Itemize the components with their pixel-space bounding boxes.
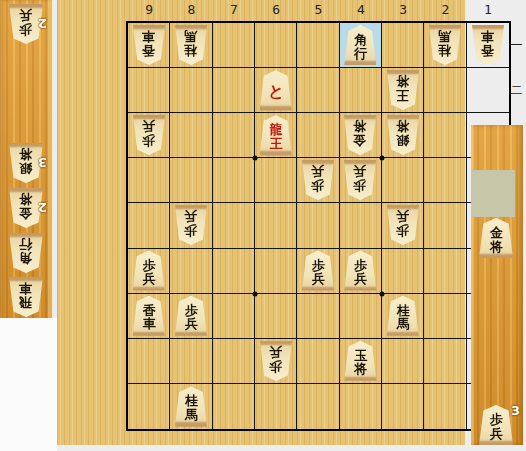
piece-sente-gold[interactable]: 金将 — [478, 218, 514, 258]
board-square-7h[interactable] — [213, 339, 255, 384]
board-square-4b[interactable] — [340, 68, 382, 113]
piece-gote-pawn[interactable]: 歩兵 — [343, 160, 377, 200]
board-square-3b[interactable]: 王将 — [382, 68, 424, 113]
piece-kanji: 歩兵 — [259, 341, 293, 381]
board-square-6g[interactable] — [255, 294, 297, 339]
board-square-1b[interactable] — [467, 68, 509, 113]
piece-kanji: 歩兵 — [478, 405, 514, 445]
board-square-5g[interactable] — [297, 294, 339, 339]
piece-gote-pawn[interactable]: 歩兵 — [132, 115, 166, 155]
piece-gote-gold[interactable]: 金将 — [343, 115, 377, 155]
piece-sente-pawn[interactable]: 歩兵 — [478, 405, 514, 445]
hand-count: 3 — [511, 403, 520, 418]
board-square-4c[interactable]: 金将 — [340, 113, 382, 158]
board-square-1a[interactable]: 香車 — [467, 23, 509, 68]
board-square-4i[interactable] — [340, 384, 382, 429]
board-square-8d[interactable] — [170, 158, 212, 203]
piece-kanji: 桂馬 — [174, 25, 208, 65]
board-square-2i[interactable] — [424, 384, 466, 429]
selected-hand-slot — [471, 170, 515, 217]
piece-gote-rook[interactable]: 飛車 — [8, 277, 44, 317]
board-square-2g[interactable] — [424, 294, 466, 339]
file-label-6: 6 — [255, 2, 297, 18]
piece-sente-pawn[interactable]: 歩兵 — [343, 251, 377, 291]
piece-kanji: 歩兵 — [132, 251, 166, 291]
board-square-7b[interactable] — [213, 68, 255, 113]
piece-sente-dragon[interactable]: 龍王 — [259, 115, 293, 155]
file-label-4: 4 — [340, 2, 382, 18]
piece-kanji: 歩兵 — [343, 160, 377, 200]
piece-sente-knight[interactable]: 桂馬 — [386, 296, 420, 336]
piece-kanji: 香車 — [132, 25, 166, 65]
piece-gote-lance[interactable]: 香車 — [132, 25, 166, 65]
board-square-9c[interactable]: 歩兵 — [128, 113, 170, 158]
board-square-8i[interactable]: 桂馬 — [170, 384, 212, 429]
board-square-6h[interactable]: 歩兵 — [255, 339, 297, 384]
piece-sente-lance[interactable]: 香車 — [132, 296, 166, 336]
hand-count: 2 — [38, 200, 47, 215]
sente-captured-tray: 金将歩兵3 — [471, 125, 523, 445]
star-point — [379, 291, 384, 296]
board-square-2c[interactable] — [424, 113, 466, 158]
board-square-6e[interactable] — [255, 203, 297, 248]
board-square-5a[interactable] — [297, 23, 339, 68]
piece-kanji: 飛車 — [8, 277, 44, 317]
board-grid: 香車桂馬角行桂馬香車と王将歩兵龍王金将銀将歩兵歩兵歩兵歩兵歩兵歩兵歩兵歩兵歩兵香… — [126, 21, 511, 431]
piece-kanji: 桂馬 — [428, 25, 462, 65]
board-square-7g[interactable] — [213, 294, 255, 339]
piece-sente-bishop[interactable]: 角行 — [343, 25, 377, 65]
piece-gote-pawn[interactable]: 歩兵 — [259, 341, 293, 381]
shogi-board-panel: 香車桂馬角行桂馬香車と王将歩兵龍王金将銀将歩兵歩兵歩兵歩兵歩兵歩兵歩兵歩兵歩兵香… — [57, 0, 465, 445]
board-square-9b[interactable] — [128, 68, 170, 113]
board-square-8a[interactable]: 桂馬 — [170, 23, 212, 68]
board-square-3d[interactable] — [382, 158, 424, 203]
board-square-5b[interactable] — [297, 68, 339, 113]
board-square-5e[interactable] — [297, 203, 339, 248]
board-square-5h[interactable] — [297, 339, 339, 384]
board-square-9i[interactable] — [128, 384, 170, 429]
board-square-4g[interactable] — [340, 294, 382, 339]
board-square-5i[interactable] — [297, 384, 339, 429]
star-point — [252, 156, 257, 161]
board-square-2f[interactable] — [424, 249, 466, 294]
piece-kanji: 歩兵 — [343, 251, 377, 291]
board-square-4e[interactable] — [340, 203, 382, 248]
board-square-3g[interactable]: 桂馬 — [382, 294, 424, 339]
hand-count: 2 — [38, 16, 47, 31]
piece-kanji: 金将 — [478, 218, 514, 258]
board-square-6b[interactable]: と — [255, 68, 297, 113]
piece-gote-silver[interactable]: 銀将 — [386, 115, 420, 155]
file-label-2: 2 — [424, 2, 466, 18]
rank-label-2: 二 — [510, 68, 523, 113]
star-point — [252, 291, 257, 296]
board-square-6c[interactable]: 龍王 — [255, 113, 297, 158]
board-square-3f[interactable] — [382, 249, 424, 294]
piece-gote-lance[interactable]: 香車 — [471, 25, 505, 65]
piece-gote-pawn[interactable]: 歩兵 — [174, 205, 208, 245]
board-square-7c[interactable] — [213, 113, 255, 158]
board-square-3e[interactable]: 歩兵 — [382, 203, 424, 248]
board-square-9e[interactable] — [128, 203, 170, 248]
board-square-4a[interactable]: 角行 — [340, 23, 382, 68]
piece-gote-knight[interactable]: 桂馬 — [174, 25, 208, 65]
board-square-9a[interactable]: 香車 — [128, 23, 170, 68]
piece-gote-pawn[interactable]: 歩兵 — [386, 205, 420, 245]
piece-kanji: 王将 — [386, 70, 420, 110]
board-square-6i[interactable] — [255, 384, 297, 429]
board-square-5c[interactable] — [297, 113, 339, 158]
board-square-2d[interactable] — [424, 158, 466, 203]
file-label-9: 9 — [128, 2, 170, 18]
board-square-9h[interactable] — [128, 339, 170, 384]
piece-sente-pawn[interactable]: 歩兵 — [174, 296, 208, 336]
board-square-2e[interactable] — [424, 203, 466, 248]
board-square-4f[interactable]: 歩兵 — [340, 249, 382, 294]
board-square-4d[interactable]: 歩兵 — [340, 158, 382, 203]
board-square-9g[interactable]: 香車 — [128, 294, 170, 339]
piece-kanji: 歩兵 — [174, 205, 208, 245]
piece-kanji: 龍王 — [259, 115, 293, 155]
board-square-7a[interactable] — [213, 23, 255, 68]
board-square-5d[interactable]: 歩兵 — [297, 158, 339, 203]
board-square-6a[interactable] — [255, 23, 297, 68]
piece-kanji: 玉将 — [343, 341, 377, 381]
piece-gote-pawn[interactable]: 歩兵 — [301, 160, 335, 200]
board-square-2h[interactable] — [424, 339, 466, 384]
board-square-3c[interactable]: 銀将 — [382, 113, 424, 158]
board-square-3a[interactable] — [382, 23, 424, 68]
board-square-3i[interactable] — [382, 384, 424, 429]
rank-label-1: 一 — [510, 23, 523, 68]
star-point — [379, 156, 384, 161]
board-square-6f[interactable] — [255, 249, 297, 294]
board-square-8f[interactable] — [170, 249, 212, 294]
piece-kanji: 角行 — [8, 233, 44, 273]
gote-captured-tray: 歩兵2銀将3金将2角行飛車 — [0, 0, 52, 320]
hand-count: 3 — [38, 155, 47, 170]
board-square-2a[interactable]: 桂馬 — [424, 23, 466, 68]
piece-sente-pawn[interactable]: 歩兵 — [132, 251, 166, 291]
background-patch — [0, 318, 57, 451]
piece-kanji: 香車 — [132, 296, 166, 336]
board-square-6d[interactable] — [255, 158, 297, 203]
shogi-game-screen: 歩兵2銀将3金将2角行飛車 香車桂馬角行桂馬香車と王将歩兵龍王金将銀将歩兵歩兵歩… — [0, 0, 526, 451]
board-square-8h[interactable] — [170, 339, 212, 384]
board-square-4h[interactable]: 玉将 — [340, 339, 382, 384]
piece-kanji: 桂馬 — [386, 296, 420, 336]
piece-sente-pawn[interactable]: 歩兵 — [301, 251, 335, 291]
piece-kanji: 歩兵 — [301, 251, 335, 291]
piece-kanji: 角行 — [343, 25, 377, 65]
file-label-3: 3 — [382, 2, 424, 18]
file-label-5: 5 — [297, 2, 339, 18]
piece-sente-tokin[interactable]: と — [259, 70, 293, 110]
board-square-7f[interactable] — [213, 249, 255, 294]
board-square-7e[interactable] — [213, 203, 255, 248]
board-square-9f[interactable]: 歩兵 — [128, 249, 170, 294]
board-square-8g[interactable]: 歩兵 — [170, 294, 212, 339]
piece-kanji: 歩兵 — [386, 205, 420, 245]
piece-kanji: 歩兵 — [301, 160, 335, 200]
board-square-5f[interactable]: 歩兵 — [297, 249, 339, 294]
board-square-2b[interactable] — [424, 68, 466, 113]
piece-kanji: 金将 — [343, 115, 377, 155]
piece-gote-king[interactable]: 王将 — [386, 70, 420, 110]
piece-kanji: 桂馬 — [174, 386, 208, 426]
piece-sente-king[interactable]: 玉将 — [343, 341, 377, 381]
piece-kanji: 歩兵 — [132, 115, 166, 155]
board-square-3h[interactable] — [382, 339, 424, 384]
piece-sente-knight[interactable]: 桂馬 — [174, 386, 208, 426]
board-square-8c[interactable] — [170, 113, 212, 158]
piece-gote-knight[interactable]: 桂馬 — [428, 25, 462, 65]
piece-kanji: 銀将 — [386, 115, 420, 155]
piece-gote-bishop[interactable]: 角行 — [8, 233, 44, 273]
board-square-8e[interactable]: 歩兵 — [170, 203, 212, 248]
piece-kanji: 歩兵 — [174, 296, 208, 336]
file-label-7: 7 — [213, 2, 255, 18]
file-label-8: 8 — [170, 2, 212, 18]
board-square-7i[interactable] — [213, 384, 255, 429]
file-label-1: 1 — [467, 2, 509, 18]
piece-kanji: と — [259, 70, 293, 110]
board-square-9d[interactable] — [128, 158, 170, 203]
board-square-8b[interactable] — [170, 68, 212, 113]
board-square-7d[interactable] — [213, 158, 255, 203]
piece-kanji: 香車 — [471, 25, 505, 65]
